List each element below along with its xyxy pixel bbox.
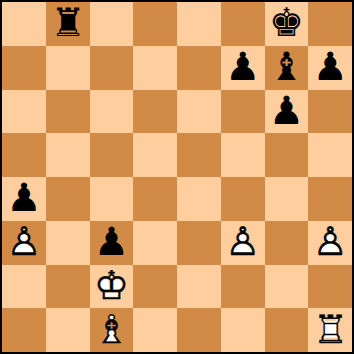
square-f2[interactable] bbox=[221, 265, 265, 309]
square-h2[interactable] bbox=[308, 265, 352, 309]
square-g7[interactable]: ♝ bbox=[265, 46, 309, 90]
square-d7[interactable] bbox=[133, 46, 177, 90]
white-pawn[interactable]: ♟♙ bbox=[221, 221, 265, 265]
square-g5[interactable] bbox=[265, 133, 309, 177]
black-pawn-glyph: ♟ bbox=[221, 46, 265, 90]
square-d1[interactable] bbox=[133, 308, 177, 352]
square-a8[interactable] bbox=[2, 2, 46, 46]
square-d3[interactable] bbox=[133, 221, 177, 265]
black-pawn[interactable]: ♟ bbox=[90, 221, 134, 265]
square-c2[interactable]: ♚♔ bbox=[90, 265, 134, 309]
black-pawn-glyph: ♟ bbox=[308, 46, 352, 90]
square-e6[interactable] bbox=[177, 90, 221, 134]
square-f3[interactable]: ♟♙ bbox=[221, 221, 265, 265]
square-a3[interactable]: ♟♙ bbox=[2, 221, 46, 265]
square-b5[interactable] bbox=[46, 133, 90, 177]
square-h6[interactable] bbox=[308, 90, 352, 134]
white-bishop[interactable]: ♝♗ bbox=[90, 308, 134, 352]
square-c5[interactable] bbox=[90, 133, 134, 177]
square-c3[interactable]: ♟ bbox=[90, 221, 134, 265]
square-d4[interactable] bbox=[133, 177, 177, 221]
square-f4[interactable] bbox=[221, 177, 265, 221]
black-bishop[interactable]: ♝ bbox=[265, 46, 309, 90]
black-rook[interactable]: ♜ bbox=[46, 2, 90, 46]
white-rook[interactable]: ♜♖ bbox=[308, 308, 352, 352]
square-f8[interactable] bbox=[221, 2, 265, 46]
square-g1[interactable] bbox=[265, 308, 309, 352]
white-pawn[interactable]: ♟♙ bbox=[2, 221, 46, 265]
white-pawn[interactable]: ♟♙ bbox=[308, 221, 352, 265]
black-pawn[interactable]: ♟ bbox=[308, 46, 352, 90]
white-rook-glyph-outline: ♖ bbox=[308, 308, 352, 352]
square-g2[interactable] bbox=[265, 265, 309, 309]
square-b6[interactable] bbox=[46, 90, 90, 134]
square-d5[interactable] bbox=[133, 133, 177, 177]
square-c1[interactable]: ♝♗ bbox=[90, 308, 134, 352]
square-f6[interactable] bbox=[221, 90, 265, 134]
square-h5[interactable] bbox=[308, 133, 352, 177]
square-e3[interactable] bbox=[177, 221, 221, 265]
black-pawn[interactable]: ♟ bbox=[2, 177, 46, 221]
square-b4[interactable] bbox=[46, 177, 90, 221]
square-h8[interactable] bbox=[308, 2, 352, 46]
square-c8[interactable] bbox=[90, 2, 134, 46]
black-pawn-glyph: ♟ bbox=[2, 177, 46, 221]
white-king-glyph-outline: ♔ bbox=[90, 265, 134, 309]
square-e1[interactable] bbox=[177, 308, 221, 352]
square-a2[interactable] bbox=[2, 265, 46, 309]
square-e2[interactable] bbox=[177, 265, 221, 309]
square-h3[interactable]: ♟♙ bbox=[308, 221, 352, 265]
white-king[interactable]: ♚♔ bbox=[90, 265, 134, 309]
square-c4[interactable] bbox=[90, 177, 134, 221]
black-king[interactable]: ♚ bbox=[265, 2, 309, 46]
square-f7[interactable]: ♟ bbox=[221, 46, 265, 90]
square-e7[interactable] bbox=[177, 46, 221, 90]
square-g4[interactable] bbox=[265, 177, 309, 221]
square-a4[interactable]: ♟ bbox=[2, 177, 46, 221]
square-b3[interactable] bbox=[46, 221, 90, 265]
black-bishop-glyph: ♝ bbox=[265, 46, 309, 90]
square-g6[interactable]: ♟ bbox=[265, 90, 309, 134]
square-a1[interactable] bbox=[2, 308, 46, 352]
square-b8[interactable]: ♜ bbox=[46, 2, 90, 46]
square-d8[interactable] bbox=[133, 2, 177, 46]
black-king-glyph: ♚ bbox=[265, 2, 309, 46]
chess-diagram: ♜♚♟♝♟♟♟♟♙♟♟♙♟♙♚♔♝♗♜♖ bbox=[0, 0, 354, 354]
square-c6[interactable] bbox=[90, 90, 134, 134]
chess-board: ♜♚♟♝♟♟♟♟♙♟♟♙♟♙♚♔♝♗♜♖ bbox=[0, 0, 354, 354]
square-b1[interactable] bbox=[46, 308, 90, 352]
black-pawn[interactable]: ♟ bbox=[221, 46, 265, 90]
square-b2[interactable] bbox=[46, 265, 90, 309]
square-e4[interactable] bbox=[177, 177, 221, 221]
white-pawn-glyph-outline: ♙ bbox=[308, 221, 352, 265]
square-h7[interactable]: ♟ bbox=[308, 46, 352, 90]
black-pawn[interactable]: ♟ bbox=[265, 90, 309, 134]
square-e8[interactable] bbox=[177, 2, 221, 46]
black-pawn-glyph: ♟ bbox=[265, 90, 309, 134]
square-g8[interactable]: ♚ bbox=[265, 2, 309, 46]
square-h4[interactable] bbox=[308, 177, 352, 221]
square-f1[interactable] bbox=[221, 308, 265, 352]
square-a7[interactable] bbox=[2, 46, 46, 90]
square-d2[interactable] bbox=[133, 265, 177, 309]
square-h1[interactable]: ♜♖ bbox=[308, 308, 352, 352]
black-pawn-glyph: ♟ bbox=[90, 221, 134, 265]
square-a6[interactable] bbox=[2, 90, 46, 134]
square-e5[interactable] bbox=[177, 133, 221, 177]
white-pawn-glyph-outline: ♙ bbox=[221, 221, 265, 265]
square-b7[interactable] bbox=[46, 46, 90, 90]
square-g3[interactable] bbox=[265, 221, 309, 265]
white-pawn-glyph-outline: ♙ bbox=[2, 221, 46, 265]
square-c7[interactable] bbox=[90, 46, 134, 90]
square-f5[interactable] bbox=[221, 133, 265, 177]
square-d6[interactable] bbox=[133, 90, 177, 134]
white-bishop-glyph-outline: ♗ bbox=[90, 308, 134, 352]
square-a5[interactable] bbox=[2, 133, 46, 177]
black-rook-glyph: ♜ bbox=[46, 2, 90, 46]
